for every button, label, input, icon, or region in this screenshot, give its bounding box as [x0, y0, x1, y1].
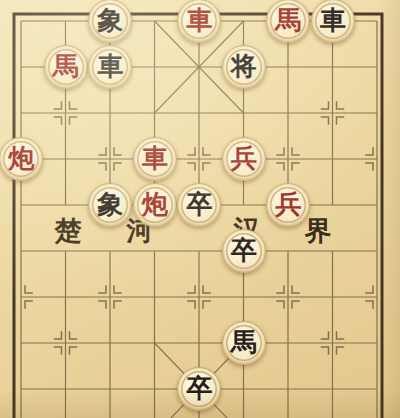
- piece-black-soldier[interactable]: 卒: [177, 367, 221, 411]
- piece-red-soldier[interactable]: 兵: [266, 183, 310, 227]
- piece-red-horse[interactable]: 馬: [44, 45, 88, 89]
- piece-black-elephant[interactable]: 象: [88, 183, 132, 227]
- piece-red-soldier[interactable]: 兵: [222, 137, 266, 181]
- piece-red-cannon[interactable]: 炮: [133, 183, 177, 227]
- piece-black-chariot[interactable]: 車: [88, 45, 132, 89]
- piece-black-chariot[interactable]: 車: [311, 0, 355, 43]
- board-pieces: 象車馬車馬車将炮車兵象炮卒兵卒馬卒: [0, 0, 400, 418]
- piece-black-soldier[interactable]: 卒: [177, 183, 221, 227]
- xiangqi-board: 楚 河 汉 界 象車馬車馬車将炮車兵象炮卒兵卒馬卒: [0, 0, 400, 418]
- piece-red-chariot[interactable]: 車: [133, 137, 177, 181]
- piece-red-chariot[interactable]: 車: [177, 0, 221, 43]
- piece-black-soldier[interactable]: 卒: [222, 229, 266, 273]
- piece-red-horse[interactable]: 馬: [266, 0, 310, 43]
- piece-black-horse[interactable]: 馬: [222, 321, 266, 365]
- piece-red-cannon[interactable]: 炮: [0, 137, 43, 181]
- piece-black-elephant[interactable]: 象: [88, 0, 132, 43]
- piece-black-general[interactable]: 将: [222, 45, 266, 89]
